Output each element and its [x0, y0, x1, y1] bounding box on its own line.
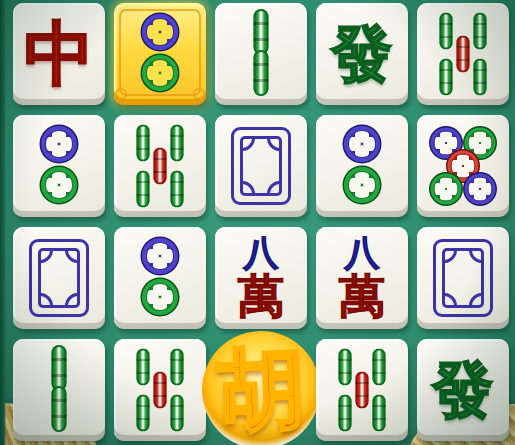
tile-r2c4-dot-2[interactable]	[316, 115, 408, 217]
tile-r4c5-dragon-green[interactable]: 發	[417, 339, 509, 441]
tile-r2c5-dot-5[interactable]	[417, 115, 509, 217]
tile-r4c4-bamboo-5[interactable]	[316, 339, 408, 441]
blue-dot-icon	[41, 126, 77, 162]
red-bamboo-icon	[356, 372, 369, 409]
green-bamboo-icon	[171, 124, 184, 161]
tile-r3c3-man-8[interactable]: 八萬	[215, 227, 307, 329]
cell-r2c4	[316, 115, 408, 217]
man-number-character: 八	[345, 235, 380, 272]
corner-arc-icon	[469, 293, 484, 308]
tile-r3c5-dragon-white[interactable]	[417, 227, 509, 329]
green-dot-icon	[344, 167, 380, 203]
white-dragon-inner-frame	[240, 136, 282, 196]
red-bamboo-icon	[154, 148, 167, 185]
green-bamboo-icon	[373, 395, 386, 432]
tile-r1c5-bamboo-5[interactable]	[417, 3, 509, 105]
green-dragon-character: 發	[331, 23, 393, 85]
tile-r1c1-dragon-red[interactable]: 中	[13, 3, 105, 105]
win-character: 胡	[215, 344, 306, 435]
green-bamboo-icon	[136, 171, 149, 208]
tile-r3c1-dragon-white[interactable]	[13, 227, 105, 329]
board-grid: 中發八萬八萬胡發	[13, 3, 509, 441]
corner-arc-icon	[442, 293, 457, 308]
tile-r4c1-bamboo-2[interactable]	[13, 339, 105, 441]
man-wan-character: 萬	[339, 272, 385, 320]
green-bamboo-icon	[171, 348, 184, 385]
green-bamboo-icon	[52, 386, 67, 432]
corner-arc-icon	[240, 181, 255, 196]
tile-r3c4-man-8[interactable]: 八萬	[316, 227, 408, 329]
cell-r3c5	[417, 227, 509, 329]
man-wan-character: 萬	[238, 272, 284, 320]
green-bamboo-icon	[136, 124, 149, 161]
green-bamboo-icon	[52, 345, 67, 391]
corner-arc-icon	[469, 248, 484, 263]
cell-r1c1: 中	[13, 3, 105, 105]
green-bamboo-icon	[171, 171, 184, 208]
cell-r1c5	[417, 3, 509, 105]
white-dragon-frame-icon	[231, 127, 291, 205]
cell-r4c5: 發	[417, 339, 509, 441]
corner-arc-icon	[38, 293, 53, 308]
green-dragon-character: 發	[432, 359, 494, 421]
corner-arc-icon	[442, 248, 457, 263]
cell-r4c3: 胡	[215, 339, 307, 441]
green-bamboo-icon	[254, 9, 269, 55]
cell-r2c3	[215, 115, 307, 217]
blue-dot-icon	[142, 238, 178, 274]
red-dragon-character: 中	[24, 19, 94, 89]
green-bamboo-icon	[338, 348, 351, 385]
white-dragon-frame-icon	[433, 239, 493, 317]
tile-r4c2-bamboo-5[interactable]	[114, 339, 206, 441]
table-edge-left	[0, 0, 6, 445]
cell-r2c1	[13, 115, 105, 217]
cell-r3c1	[13, 227, 105, 329]
green-bamboo-icon	[474, 59, 487, 96]
tile-r1c2-dot-2[interactable]	[114, 3, 206, 105]
corner-arc-icon	[240, 136, 255, 151]
green-bamboo-icon	[439, 12, 452, 49]
green-bamboo-icon	[474, 12, 487, 49]
cell-r1c4: 發	[316, 3, 408, 105]
white-dragon-frame-icon	[29, 239, 89, 317]
cell-r4c4	[316, 339, 408, 441]
corner-arc-icon	[38, 248, 53, 263]
green-dot-icon	[41, 167, 77, 203]
white-dragon-inner-frame	[38, 248, 80, 308]
cell-r2c2	[114, 115, 206, 217]
game-screen: 中發八萬八萬胡發	[0, 0, 515, 445]
green-bamboo-icon	[136, 348, 149, 385]
tile-r1c3-bamboo-2[interactable]	[215, 3, 307, 105]
corner-arc-icon	[267, 181, 282, 196]
cell-r4c2	[114, 339, 206, 441]
corner-arc-icon	[267, 136, 282, 151]
tile-r3c2-dot-2[interactable]	[114, 227, 206, 329]
green-dot-icon	[142, 279, 178, 315]
green-bamboo-icon	[171, 395, 184, 432]
tile-r1c4-dragon-green[interactable]: 發	[316, 3, 408, 105]
red-bamboo-icon	[154, 372, 167, 409]
blue-dot-icon	[344, 126, 380, 162]
red-bamboo-icon	[457, 36, 470, 73]
green-bamboo-icon	[136, 395, 149, 432]
green-bamboo-icon	[254, 50, 269, 96]
green-bamboo-icon	[338, 395, 351, 432]
tile-r2c1-dot-2[interactable]	[13, 115, 105, 217]
cell-r3c4: 八萬	[316, 227, 408, 329]
cell-r1c3	[215, 3, 307, 105]
cell-r1c2	[114, 3, 206, 105]
cell-r3c3: 八萬	[215, 227, 307, 329]
green-bamboo-icon	[439, 59, 452, 96]
green-bamboo-icon	[373, 348, 386, 385]
corner-arc-icon	[65, 293, 80, 308]
man-number-character: 八	[244, 235, 279, 272]
tile-r2c2-bamboo-5[interactable]	[114, 115, 206, 217]
cell-r3c2	[114, 227, 206, 329]
green-dot-icon	[142, 55, 178, 91]
blue-dot-icon	[142, 14, 178, 50]
cell-r4c1	[13, 339, 105, 441]
corner-arc-icon	[65, 248, 80, 263]
cell-r2c5	[417, 115, 509, 217]
tile-r2c3-dragon-white[interactable]	[215, 115, 307, 217]
win-badge: 胡	[202, 331, 320, 445]
blue-dot-icon	[465, 174, 496, 205]
white-dragon-inner-frame	[442, 248, 484, 308]
green-dot-icon	[430, 174, 461, 205]
